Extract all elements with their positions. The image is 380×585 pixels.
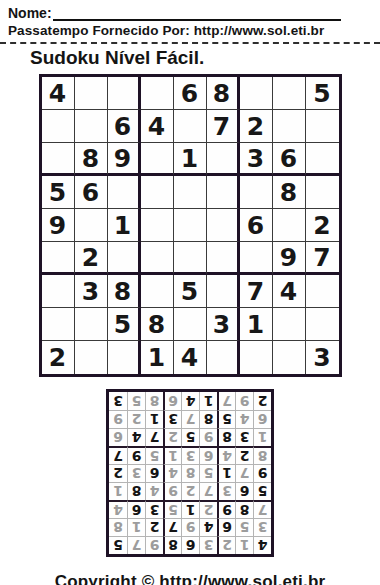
cell-r8c8[interactable]: [273, 308, 306, 341]
solution-cell-r6c5: 3: [181, 446, 199, 464]
solution-cell-r9c1: 2: [253, 392, 271, 410]
solution-board-rotated: 4123689753564972187892153645637294819715…: [106, 389, 274, 557]
cell-r3c3: 9: [108, 143, 141, 176]
solution-cell-r7c7: 7: [145, 428, 163, 446]
cell-r8c6: 3: [207, 308, 240, 341]
solution-cell-r4c7: 4: [145, 482, 163, 500]
cell-r7c8: 4: [273, 275, 306, 308]
cell-r5c2[interactable]: [75, 209, 108, 242]
solution-cell-r2c6: 7: [163, 518, 181, 536]
solution-cell-r6c3: 4: [217, 446, 235, 464]
cell-r3c7: 3: [240, 143, 273, 176]
cell-r6c3[interactable]: [108, 242, 141, 275]
solution-cell-r5c1: 9: [253, 464, 271, 482]
solution-cell-r3c2: 8: [235, 500, 253, 518]
worksheet-page: Nome: Passatempo Fornecido Por: http://w…: [0, 0, 380, 585]
cell-r9c8[interactable]: [273, 341, 306, 374]
solution-cell-r2c1: 3: [253, 518, 271, 536]
cell-r1c9: 5: [306, 77, 339, 110]
solution-cell-r4c9: 1: [109, 482, 127, 500]
solution-cell-r8c5: 7: [181, 410, 199, 428]
solution-cell-r2c7: 2: [145, 518, 163, 536]
provider-text: Passatempo Fornecido Por: http://www.sol…: [8, 23, 372, 39]
solution-cell-r1c9: 5: [109, 536, 127, 554]
cell-r4c4[interactable]: [141, 176, 174, 209]
solution-cell-r9c6: 6: [163, 392, 181, 410]
name-fill-line[interactable]: [53, 4, 341, 21]
cell-r7c5: 5: [174, 275, 207, 308]
solution-cell-r3c7: 3: [145, 500, 163, 518]
solution-cell-r3c5: 1: [181, 500, 199, 518]
cell-r7c3: 8: [108, 275, 141, 308]
cell-r7c9[interactable]: [306, 275, 339, 308]
solution-cell-r3c8: 6: [127, 500, 145, 518]
solution-cell-r7c9: 6: [109, 428, 127, 446]
solution-cell-r1c3: 2: [217, 536, 235, 554]
solution-cell-r5c9: 2: [109, 464, 127, 482]
solution-cell-r9c7: 8: [145, 392, 163, 410]
solution-cell-r6c1: 8: [253, 446, 271, 464]
cell-r8c3: 5: [108, 308, 141, 341]
solution-cell-r7c4: 9: [199, 428, 217, 446]
solution-cell-r8c7: 1: [145, 410, 163, 428]
cell-r3c4[interactable]: [141, 143, 174, 176]
cell-r3c5: 1: [174, 143, 207, 176]
worksheet-header: Nome: Passatempo Fornecido Por: http://w…: [0, 3, 380, 69]
solution-cell-r2c4: 4: [199, 518, 217, 536]
cell-r4c8: 8: [273, 176, 306, 209]
solution-cell-r3c9: 4: [109, 500, 127, 518]
solution-cell-r8c9: 9: [109, 410, 127, 428]
solution-cell-r9c4: 1: [199, 392, 217, 410]
solution-cell-r5c5: 8: [181, 464, 199, 482]
solution-cell-r3c1: 7: [253, 500, 271, 518]
solution-cell-r7c1: 1: [253, 428, 271, 446]
cell-r5c8[interactable]: [273, 209, 306, 242]
solution-cell-r1c6: 8: [163, 536, 181, 554]
solution-cell-r7c2: 3: [235, 428, 253, 446]
solution-cell-r1c8: 7: [127, 536, 145, 554]
name-label: Nome:: [8, 5, 52, 21]
cell-r9c4: 1: [141, 341, 174, 374]
cell-r1c6: 8: [207, 77, 240, 110]
solution-cell-r4c5: 2: [181, 482, 199, 500]
solution-cell-r4c2: 6: [235, 482, 253, 500]
solution-cell-r4c1: 5: [253, 482, 271, 500]
cell-r6c8: 9: [273, 242, 306, 275]
solution-cell-r8c4: 8: [199, 410, 217, 428]
cell-r4c3[interactable]: [108, 176, 141, 209]
solution-cell-r7c8: 4: [127, 428, 145, 446]
solution-cell-r5c4: 5: [199, 464, 217, 482]
cell-r5c9: 2: [306, 209, 339, 242]
cell-r2c6: 7: [207, 110, 240, 143]
solution-cell-r9c2: 9: [235, 392, 253, 410]
solution-cell-r6c9: 7: [109, 446, 127, 464]
solution-cell-r3c3: 9: [217, 500, 235, 518]
cell-r9c2[interactable]: [75, 341, 108, 374]
sudoku-board: 468564728913656891622973857458312143: [39, 74, 342, 377]
cell-r9c3[interactable]: [108, 341, 141, 374]
solution-cell-r2c9: 8: [109, 518, 127, 536]
cell-r6c4[interactable]: [141, 242, 174, 275]
cell-r5c4[interactable]: [141, 209, 174, 242]
cell-r6c9: 7: [306, 242, 339, 275]
cell-r9c5: 4: [174, 341, 207, 374]
cell-r7c4[interactable]: [141, 275, 174, 308]
puzzle-title: Sudoku Nível Fácil.: [30, 47, 372, 69]
cell-r9c6[interactable]: [207, 341, 240, 374]
solution-cell-r4c4: 7: [199, 482, 217, 500]
cell-r3c6[interactable]: [207, 143, 240, 176]
copyright-text: Copyright © http://www.sol.eti.br: [0, 572, 380, 585]
solution-cell-r9c3: 7: [217, 392, 235, 410]
solution-cell-r9c5: 4: [181, 392, 199, 410]
cell-r1c7[interactable]: [240, 77, 273, 110]
cell-r8c7: 1: [240, 308, 273, 341]
cell-r8c9[interactable]: [306, 308, 339, 341]
solution-cell-r8c2: 4: [235, 410, 253, 428]
solution-cell-r6c2: 2: [235, 446, 253, 464]
solution-cell-r6c8: 9: [127, 446, 145, 464]
cell-r5c5[interactable]: [174, 209, 207, 242]
solution-cell-r4c3: 3: [217, 482, 235, 500]
cell-r2c5[interactable]: [174, 110, 207, 143]
solution-cell-r5c8: 3: [127, 464, 145, 482]
solution-cell-r1c2: 1: [235, 536, 253, 554]
cell-r6c7[interactable]: [240, 242, 273, 275]
solution-cell-r7c6: 2: [163, 428, 181, 446]
cell-r1c8[interactable]: [273, 77, 306, 110]
solution-cell-r5c6: 4: [163, 464, 181, 482]
cell-r1c4[interactable]: [141, 77, 174, 110]
cell-r1c1: 4: [42, 77, 75, 110]
cell-r2c1[interactable]: [42, 110, 75, 143]
solution-cell-r1c7: 9: [145, 536, 163, 554]
cell-r6c5[interactable]: [174, 242, 207, 275]
cell-r4c9[interactable]: [306, 176, 339, 209]
cell-r5c6[interactable]: [207, 209, 240, 242]
cell-r2c9[interactable]: [306, 110, 339, 143]
solution-cell-r1c5: 6: [181, 536, 199, 554]
solution-cell-r1c1: 4: [253, 536, 271, 554]
solution-cell-r3c4: 2: [199, 500, 217, 518]
cell-r5c3: 1: [108, 209, 141, 242]
cell-r7c7: 7: [240, 275, 273, 308]
cell-r3c1[interactable]: [42, 143, 75, 176]
cell-r3c8: 6: [273, 143, 306, 176]
cell-r4c5[interactable]: [174, 176, 207, 209]
solution-cell-r2c5: 9: [181, 518, 199, 536]
solution-cell-r6c7: 5: [145, 446, 163, 464]
solution-cell-r3c6: 5: [163, 500, 181, 518]
name-row: Nome:: [8, 3, 372, 21]
dashed-separator: [0, 42, 380, 44]
cell-r2c2[interactable]: [75, 110, 108, 143]
solution-cell-r5c2: 7: [235, 464, 253, 482]
solution-cell-r5c7: 6: [145, 464, 163, 482]
solution-cell-r8c6: 3: [163, 410, 181, 428]
solution-cell-r1c4: 3: [199, 536, 217, 554]
cell-r4c1: 5: [42, 176, 75, 209]
cell-r4c6[interactable]: [207, 176, 240, 209]
solution-cell-r9c9: 3: [109, 392, 127, 410]
cell-r8c2[interactable]: [75, 308, 108, 341]
cell-r9c7[interactable]: [240, 341, 273, 374]
cell-r9c1: 2: [42, 341, 75, 374]
cell-r1c5: 6: [174, 77, 207, 110]
solution-cell-r5c3: 1: [217, 464, 235, 482]
solution-cell-r2c3: 6: [217, 518, 235, 536]
cell-r6c6[interactable]: [207, 242, 240, 275]
solution-cell-r2c2: 5: [235, 518, 253, 536]
solution-cell-r4c6: 9: [163, 482, 181, 500]
cell-r9c9: 3: [306, 341, 339, 374]
solution-cell-r7c3: 8: [217, 428, 235, 446]
cell-r5c1: 9: [42, 209, 75, 242]
solution-cell-r7c5: 5: [181, 428, 199, 446]
cell-r8c5[interactable]: [174, 308, 207, 341]
cell-r8c1[interactable]: [42, 308, 75, 341]
cell-r2c8[interactable]: [273, 110, 306, 143]
solution-cell-r6c4: 6: [199, 446, 217, 464]
cell-r7c2: 3: [75, 275, 108, 308]
solution-cell-r6c6: 1: [163, 446, 181, 464]
cell-r2c4: 4: [141, 110, 174, 143]
cell-r6c1[interactable]: [42, 242, 75, 275]
solution-cell-r9c8: 5: [127, 392, 145, 410]
cell-r7c6[interactable]: [207, 275, 240, 308]
cell-r7c1[interactable]: [42, 275, 75, 308]
cell-r1c2[interactable]: [75, 77, 108, 110]
solution-cell-r2c8: 1: [127, 518, 145, 536]
cell-r1c3[interactable]: [108, 77, 141, 110]
solution-cell-r8c8: 2: [127, 410, 145, 428]
cell-r8c4: 8: [141, 308, 174, 341]
cell-r4c2: 6: [75, 176, 108, 209]
solution-cell-r8c3: 5: [217, 410, 235, 428]
cell-r4c7[interactable]: [240, 176, 273, 209]
cell-r3c9[interactable]: [306, 143, 339, 176]
cell-r5c7: 6: [240, 209, 273, 242]
cell-r6c2: 2: [75, 242, 108, 275]
solution-cell-r8c1: 6: [253, 410, 271, 428]
cell-r2c7: 2: [240, 110, 273, 143]
cell-r2c3: 6: [108, 110, 141, 143]
cell-r3c2: 8: [75, 143, 108, 176]
solution-cell-r4c8: 8: [127, 482, 145, 500]
